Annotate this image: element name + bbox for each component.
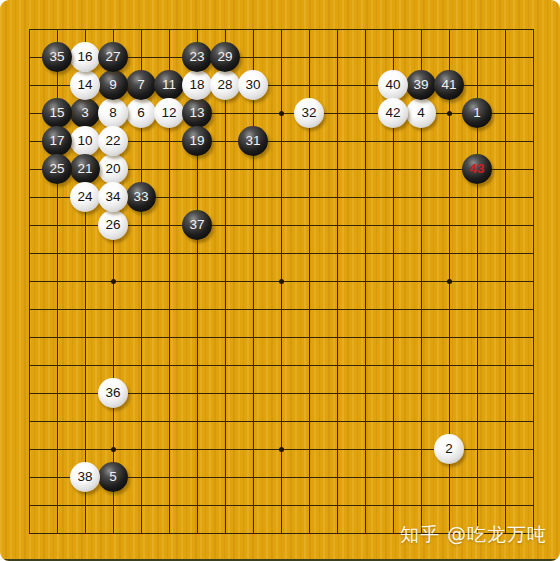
go-stone-17: 17 — [42, 126, 72, 156]
go-stone-38: 38 — [70, 462, 100, 492]
hoshi-point — [279, 447, 284, 452]
go-stone-8: 8 — [98, 98, 128, 128]
go-stone-19: 19 — [182, 126, 212, 156]
go-stone-11: 11 — [154, 70, 184, 100]
go-stone-40: 40 — [378, 70, 408, 100]
hoshi-point — [279, 279, 284, 284]
watermark: 知乎 @吃龙万吨 — [400, 522, 547, 548]
go-stone-25: 25 — [42, 154, 72, 184]
go-stone-29: 29 — [210, 42, 240, 72]
hoshi-point — [111, 279, 116, 284]
hoshi-point — [447, 279, 452, 284]
go-stone-23: 23 — [182, 42, 212, 72]
go-stone-14: 14 — [70, 70, 100, 100]
go-stone-9: 9 — [98, 70, 128, 100]
go-stone-15: 15 — [42, 98, 72, 128]
go-stone-10: 10 — [70, 126, 100, 156]
go-stone-1: 1 — [462, 98, 492, 128]
go-stone-30: 30 — [238, 70, 268, 100]
go-stone-12: 12 — [154, 98, 184, 128]
go-stone-27: 27 — [98, 42, 128, 72]
screenshot-root: 1234567891011121314151617181920212223242… — [0, 0, 560, 561]
go-board: 1234567891011121314151617181920212223242… — [0, 0, 560, 561]
go-stone-18: 18 — [182, 70, 212, 100]
go-stone-26: 26 — [98, 210, 128, 240]
hoshi-point — [111, 447, 116, 452]
go-stone-6: 6 — [126, 98, 156, 128]
go-stone-34: 34 — [98, 182, 128, 212]
go-stone-4: 4 — [406, 98, 436, 128]
go-stone-2: 2 — [434, 434, 464, 464]
go-stone-5: 5 — [98, 462, 128, 492]
go-stone-35: 35 — [42, 42, 72, 72]
hoshi-point — [279, 111, 284, 116]
go-stone-36: 36 — [98, 378, 128, 408]
go-stone-39: 39 — [406, 70, 436, 100]
go-stone-7: 7 — [126, 70, 156, 100]
go-stone-32: 32 — [294, 98, 324, 128]
go-stone-3: 3 — [70, 98, 100, 128]
go-stone-24: 24 — [70, 182, 100, 212]
go-stone-37: 37 — [182, 210, 212, 240]
go-stone-16: 16 — [70, 42, 100, 72]
go-stone-41: 41 — [434, 70, 464, 100]
go-stone-31: 31 — [238, 126, 268, 156]
go-stone-21: 21 — [70, 154, 100, 184]
go-stone-43: 43 — [462, 154, 492, 184]
go-stone-13: 13 — [182, 98, 212, 128]
hoshi-point — [447, 111, 452, 116]
go-stone-22: 22 — [98, 126, 128, 156]
go-stone-28: 28 — [210, 70, 240, 100]
go-stone-33: 33 — [126, 182, 156, 212]
go-stone-42: 42 — [378, 98, 408, 128]
go-stone-20: 20 — [98, 154, 128, 184]
